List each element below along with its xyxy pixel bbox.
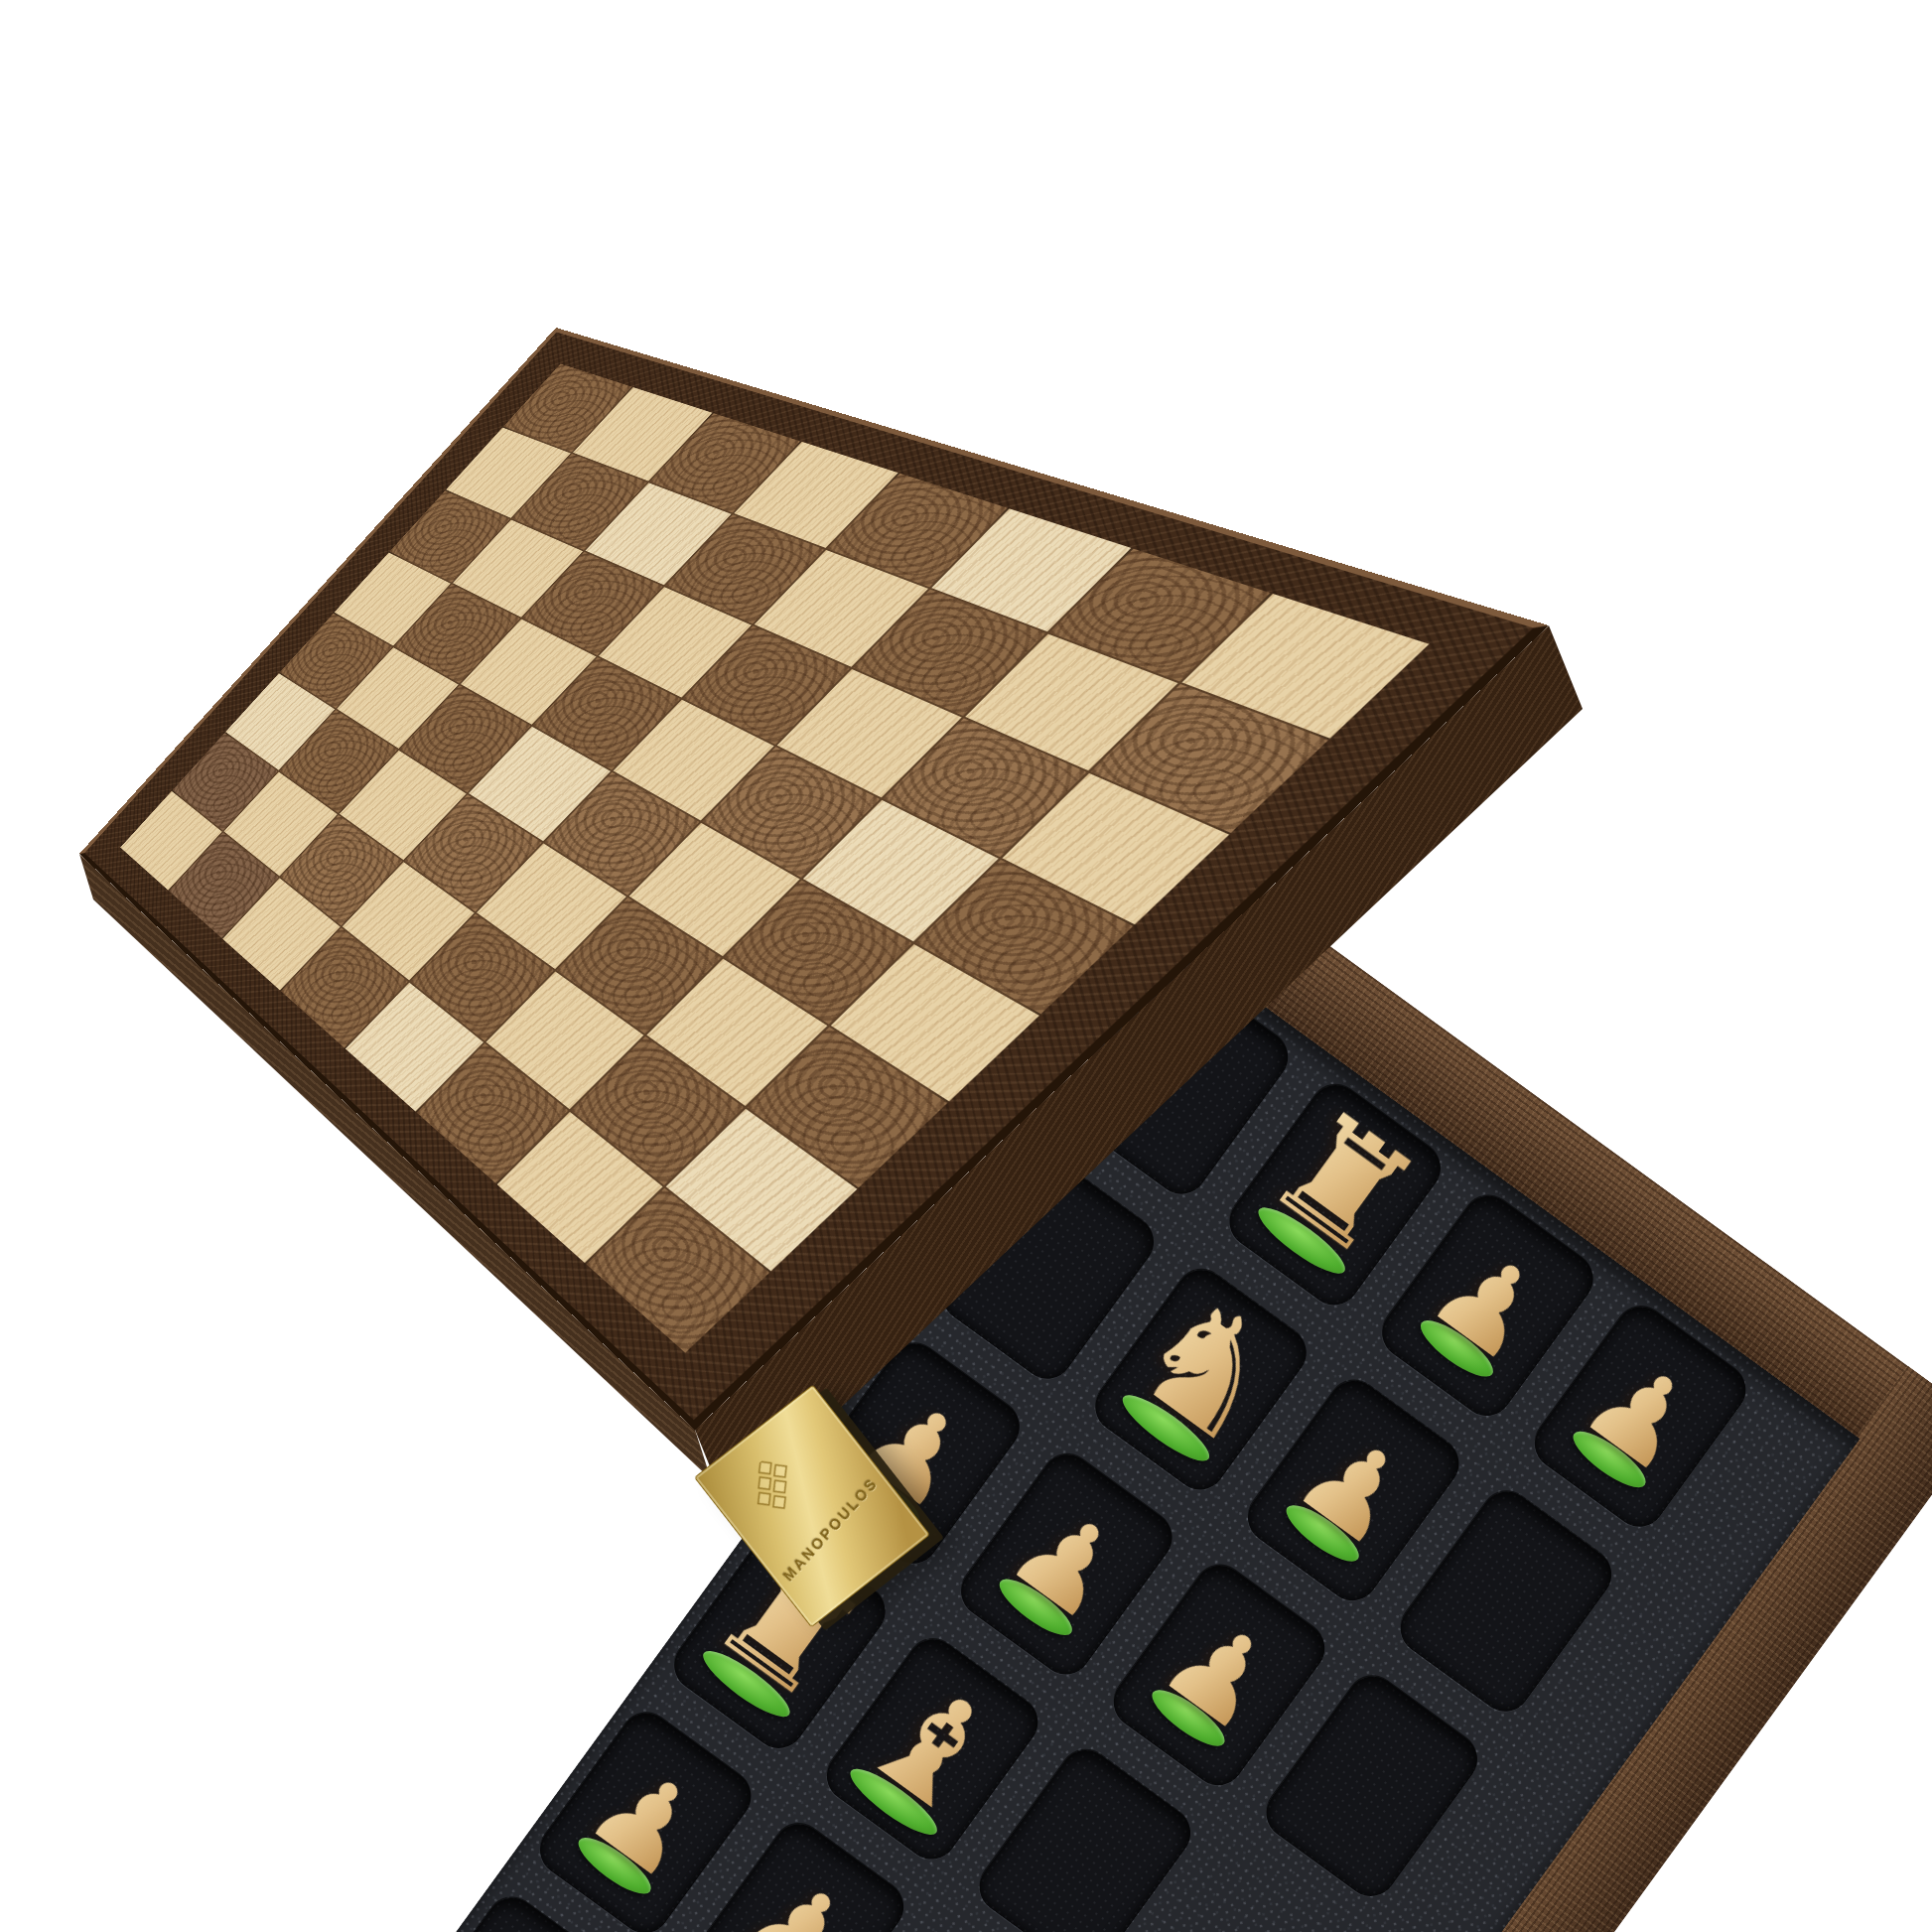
product-photo-scene: ♜♟♟♞♟♟♟♟♜♝♟♟ MANOPOULOS [0,0,1932,1932]
manopoulos-logo-icon [735,1443,823,1530]
green-felt-base [992,1570,1079,1643]
pawn-glyph: ♟ [1146,1597,1296,1749]
pawn-glyph: ♟ [993,1486,1143,1638]
pawn-glyph: ♟ [1567,1338,1717,1490]
green-felt-base [571,1829,658,1902]
green-felt-base [1414,1311,1501,1385]
green-felt-base [1566,1423,1653,1496]
green-felt-base [1145,1681,1232,1754]
green-felt-base [1279,1496,1366,1570]
pawn-glyph: ♟ [1280,1412,1430,1564]
pawn-glyph: ♟ [572,1744,722,1896]
pawn-glyph: ♟ [1415,1227,1565,1379]
